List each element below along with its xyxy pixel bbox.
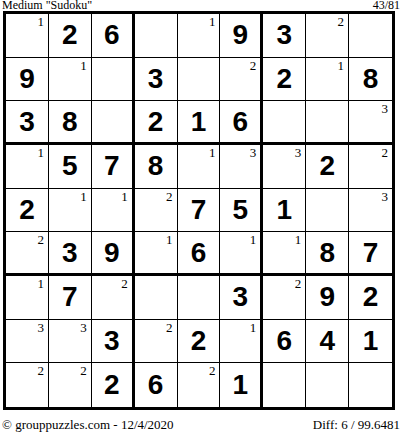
- corner-mark: 1: [166, 232, 173, 247]
- corner-mark: 2: [166, 189, 173, 204]
- given-digit: 1: [233, 371, 249, 399]
- cell-r8c3[interactable]: 3: [92, 320, 135, 364]
- cell-r2c1[interactable]: 9: [6, 58, 49, 102]
- cell-r9c7[interactable]: [263, 363, 306, 407]
- cell-r2c7[interactable]: 2: [263, 58, 306, 102]
- given-digit: 3: [62, 239, 78, 267]
- cell-r8c6[interactable]: 1: [220, 320, 263, 364]
- cell-r9c4[interactable]: 6: [135, 363, 178, 407]
- cell-r3c3[interactable]: [92, 101, 135, 145]
- sudoku-board: 1261932913221838216315781332221127513239…: [3, 11, 395, 410]
- cell-r1c2[interactable]: 2: [49, 14, 92, 58]
- corner-mark: 1: [80, 58, 87, 73]
- given-digit: 8: [319, 239, 335, 267]
- cell-r5c7[interactable]: 1: [263, 189, 306, 233]
- given-digit: 6: [148, 371, 164, 399]
- cell-r6c1[interactable]: 2: [6, 232, 49, 276]
- cell-r8c7[interactable]: 6: [263, 320, 306, 364]
- given-digit: 8: [62, 108, 78, 136]
- corner-mark: 2: [338, 14, 345, 29]
- cell-r5c6[interactable]: 5: [220, 189, 263, 233]
- corner-mark: 2: [166, 320, 173, 335]
- cell-counter: 43/81: [373, 0, 400, 11]
- corner-mark: 3: [295, 145, 302, 160]
- cell-r5c9[interactable]: 3: [349, 189, 392, 233]
- cell-r6c9[interactable]: 7: [349, 232, 392, 276]
- cell-r2c3[interactable]: [92, 58, 135, 102]
- cell-r4c2[interactable]: 5: [49, 145, 92, 189]
- cell-r1c6[interactable]: 9: [220, 14, 263, 58]
- cell-r2c9[interactable]: 8: [349, 58, 392, 102]
- corner-mark: 1: [295, 232, 302, 247]
- cell-r1c7[interactable]: 3: [263, 14, 306, 58]
- corner-mark: 1: [37, 14, 44, 29]
- cell-r6c8[interactable]: 8: [306, 232, 349, 276]
- given-digit: 8: [148, 152, 164, 180]
- given-digit: 8: [363, 65, 379, 93]
- given-digit: 6: [233, 108, 249, 136]
- cell-r3c2[interactable]: 8: [49, 101, 92, 145]
- given-digit: 1: [276, 196, 292, 224]
- given-digit: 3: [104, 327, 120, 355]
- given-digit: 4: [319, 327, 335, 355]
- cell-r3c5[interactable]: 1: [178, 101, 221, 145]
- cell-r4c8[interactable]: 2: [306, 145, 349, 189]
- given-digit: 7: [363, 239, 379, 267]
- cell-r7c3[interactable]: 2: [92, 276, 135, 320]
- given-digit: 3: [19, 108, 35, 136]
- given-digit: 5: [62, 152, 78, 180]
- given-digit: 7: [191, 196, 207, 224]
- cell-r4c9[interactable]: 2: [349, 145, 392, 189]
- cell-r4c4[interactable]: 8: [135, 145, 178, 189]
- cell-r3c4[interactable]: 2: [135, 101, 178, 145]
- cell-r4c3[interactable]: 7: [92, 145, 135, 189]
- cell-r7c8[interactable]: 9: [306, 276, 349, 320]
- cell-r2c8[interactable]: 1: [306, 58, 349, 102]
- cell-r6c3[interactable]: 9: [92, 232, 135, 276]
- cell-r9c6[interactable]: 1: [220, 363, 263, 407]
- cell-r7c1[interactable]: 1: [6, 276, 49, 320]
- corner-mark: 1: [338, 58, 345, 73]
- corner-mark: 3: [80, 320, 87, 335]
- footer: © grouppuzzles.com - 12/4/2020 Diff: 6 /…: [0, 410, 402, 432]
- given-digit: 2: [319, 152, 335, 180]
- cell-r7c6[interactable]: 3: [220, 276, 263, 320]
- corner-mark: 1: [209, 14, 216, 29]
- cell-r2c4[interactable]: 3: [135, 58, 178, 102]
- corner-mark: 1: [121, 189, 128, 204]
- cell-r1c1[interactable]: 1: [6, 14, 49, 58]
- given-digit: 3: [276, 21, 292, 49]
- given-digit: 9: [19, 65, 35, 93]
- given-digit: 1: [191, 108, 207, 136]
- corner-mark: 3: [382, 189, 389, 204]
- cell-r5c4[interactable]: 2: [135, 189, 178, 233]
- given-digit: 6: [104, 21, 120, 49]
- corner-mark: 1: [37, 276, 44, 291]
- cell-r9c8[interactable]: [306, 363, 349, 407]
- given-digit: 2: [191, 327, 207, 355]
- cell-r3c1[interactable]: 3: [6, 101, 49, 145]
- cell-r6c2[interactable]: 3: [49, 232, 92, 276]
- cell-r3c8[interactable]: [306, 101, 349, 145]
- given-digit: 2: [104, 371, 120, 399]
- cell-r5c1[interactable]: 2: [6, 189, 49, 233]
- cell-r4c7[interactable]: 3: [263, 145, 306, 189]
- cell-r3c6[interactable]: 6: [220, 101, 263, 145]
- given-digit: 9: [233, 21, 249, 49]
- corner-mark: 3: [250, 145, 257, 160]
- corner-mark: 2: [209, 363, 216, 378]
- given-digit: 3: [148, 65, 164, 93]
- cell-r5c8[interactable]: [306, 189, 349, 233]
- cell-r7c9[interactable]: 2: [349, 276, 392, 320]
- cell-r8c1[interactable]: 3: [6, 320, 49, 364]
- cell-r3c7[interactable]: [263, 101, 306, 145]
- given-digit: 5: [233, 196, 249, 224]
- copyright-text: © grouppuzzles.com - 12/4/2020: [2, 418, 174, 432]
- corner-mark: 1: [37, 145, 44, 160]
- cell-r8c4[interactable]: 2: [135, 320, 178, 364]
- cell-r2c2[interactable]: 1: [49, 58, 92, 102]
- cell-r9c3[interactable]: 2: [92, 363, 135, 407]
- corner-mark: 1: [209, 145, 216, 160]
- given-digit: 6: [191, 239, 207, 267]
- given-digit: 2: [363, 283, 379, 311]
- sudoku-page: Medium "Sudoku" 43/81 126193291322183821…: [0, 0, 402, 437]
- given-digit: 7: [104, 152, 120, 180]
- cell-r8c9[interactable]: 1: [349, 320, 392, 364]
- cell-r9c9[interactable]: [349, 363, 392, 407]
- cell-r2c6[interactable]: 2: [220, 58, 263, 102]
- cell-r1c4[interactable]: [135, 14, 178, 58]
- cell-r1c8[interactable]: 2: [306, 14, 349, 58]
- corner-mark: 2: [37, 232, 44, 247]
- cell-r9c1[interactable]: 2: [6, 363, 49, 407]
- corner-mark: 2: [382, 145, 389, 160]
- cell-r5c2[interactable]: 1: [49, 189, 92, 233]
- cell-r5c5[interactable]: 7: [178, 189, 221, 233]
- corner-mark: 2: [295, 276, 302, 291]
- cell-r2c5[interactable]: [178, 58, 221, 102]
- cell-r1c5[interactable]: 1: [178, 14, 221, 58]
- cell-r1c3[interactable]: 6: [92, 14, 135, 58]
- difficulty-text: Diff: 6 / 99.6481: [313, 418, 400, 432]
- cell-r7c7[interactable]: 2: [263, 276, 306, 320]
- cell-r8c5[interactable]: 2: [178, 320, 221, 364]
- given-digit: 1: [363, 327, 379, 355]
- cell-r8c8[interactable]: 4: [306, 320, 349, 364]
- corner-mark: 2: [37, 363, 44, 378]
- corner-mark: 3: [37, 320, 44, 335]
- given-digit: 9: [104, 239, 120, 267]
- given-digit: 2: [62, 21, 78, 49]
- given-digit: 3: [233, 283, 249, 311]
- cell-r4c5[interactable]: 1: [178, 145, 221, 189]
- cell-r4c6[interactable]: 3: [220, 145, 263, 189]
- given-digit: 6: [276, 327, 292, 355]
- cell-r9c5[interactable]: 2: [178, 363, 221, 407]
- cell-r6c7[interactable]: 1: [263, 232, 306, 276]
- puzzle-title: Medium "Sudoku": [2, 0, 92, 11]
- corner-mark: 2: [121, 276, 128, 291]
- cell-r6c4[interactable]: 1: [135, 232, 178, 276]
- corner-mark: 2: [80, 363, 87, 378]
- cell-r4c1[interactable]: 1: [6, 145, 49, 189]
- cell-r6c5[interactable]: 6: [178, 232, 221, 276]
- cell-r7c2[interactable]: 7: [49, 276, 92, 320]
- given-digit: 2: [276, 65, 292, 93]
- given-digit: 7: [62, 283, 78, 311]
- corner-mark: 2: [250, 58, 257, 73]
- corner-mark: 1: [250, 232, 257, 247]
- cell-r9c2[interactable]: 2: [49, 363, 92, 407]
- given-digit: 2: [148, 108, 164, 136]
- given-digit: 9: [319, 283, 335, 311]
- corner-mark: 3: [382, 101, 389, 116]
- corner-mark: 1: [250, 320, 257, 335]
- cell-r3c9[interactable]: 3: [349, 101, 392, 145]
- cell-r1c9[interactable]: [349, 14, 392, 58]
- cell-r7c5[interactable]: [178, 276, 221, 320]
- cell-r7c4[interactable]: [135, 276, 178, 320]
- cell-r5c3[interactable]: 1: [92, 189, 135, 233]
- cell-r8c2[interactable]: 3: [49, 320, 92, 364]
- header: Medium "Sudoku" 43/81: [0, 0, 402, 11]
- cell-r6c6[interactable]: 1: [220, 232, 263, 276]
- given-digit: 2: [19, 196, 35, 224]
- corner-mark: 1: [80, 189, 87, 204]
